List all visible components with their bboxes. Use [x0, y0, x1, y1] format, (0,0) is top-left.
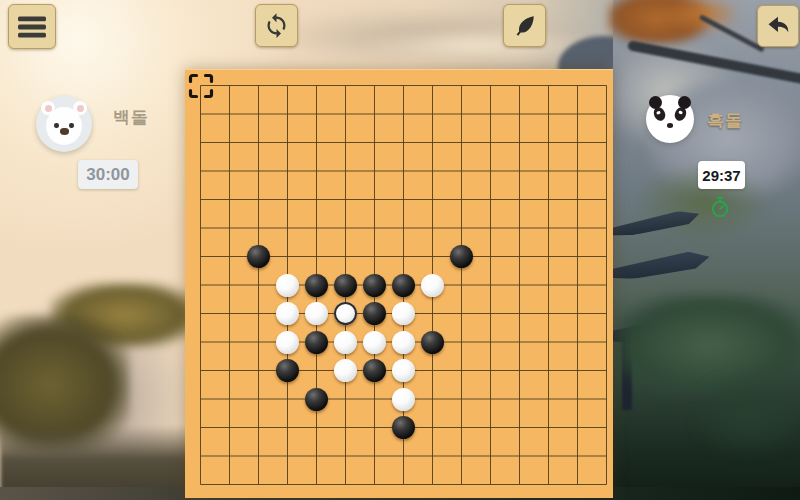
board-cell[interactable]	[505, 128, 534, 157]
board-cell[interactable]	[331, 242, 360, 271]
board-cell[interactable]	[302, 242, 331, 271]
board-cell[interactable]	[476, 242, 505, 271]
board-cell[interactable]	[592, 214, 613, 243]
board-cell[interactable]	[418, 413, 447, 442]
black-player-name: 흑돌	[707, 109, 743, 132]
board-cell[interactable]	[563, 185, 592, 214]
board-cell[interactable]	[244, 100, 273, 129]
board-cell[interactable]	[447, 71, 476, 100]
board-cell[interactable]	[331, 385, 360, 414]
board-cell[interactable]	[360, 128, 389, 157]
board-cell[interactable]	[476, 442, 505, 471]
board-cell[interactable]	[331, 128, 360, 157]
board-cell[interactable]	[447, 128, 476, 157]
board-cell[interactable]	[302, 328, 331, 357]
board-cell[interactable]	[563, 442, 592, 471]
board-cell[interactable]	[302, 157, 331, 186]
white-stone	[392, 359, 415, 382]
board-cell[interactable]	[244, 71, 273, 100]
board-cell[interactable]	[534, 242, 563, 271]
board-cell[interactable]	[273, 470, 302, 498]
black-stone	[450, 245, 473, 268]
board-cell[interactable]	[418, 470, 447, 498]
board-cell[interactable]	[418, 242, 447, 271]
board-cell[interactable]	[389, 128, 418, 157]
black-stone	[363, 359, 386, 382]
black-stone	[392, 416, 415, 439]
board-cell[interactable]	[331, 271, 360, 300]
feather-icon	[512, 13, 538, 39]
board-cell[interactable]	[505, 271, 534, 300]
white-stone	[276, 331, 299, 354]
board-cell[interactable]	[215, 100, 244, 129]
board-cell[interactable]	[215, 299, 244, 328]
black-stone	[421, 331, 444, 354]
black-stone	[334, 274, 357, 297]
board-cell[interactable]	[273, 242, 302, 271]
board-cell[interactable]	[360, 299, 389, 328]
board-cell[interactable]	[534, 470, 563, 498]
board-cell[interactable]	[476, 157, 505, 186]
white-stone	[276, 274, 299, 297]
undo-arrow-icon	[765, 13, 792, 40]
game-board	[185, 69, 613, 498]
board-cell[interactable]	[505, 442, 534, 471]
board-cell[interactable]	[563, 242, 592, 271]
board-cell[interactable]	[244, 385, 273, 414]
board-cell[interactable]	[389, 470, 418, 498]
board-cell[interactable]	[273, 442, 302, 471]
board-cell[interactable]	[215, 470, 244, 498]
board-cell[interactable]	[418, 185, 447, 214]
board-cell[interactable]	[592, 470, 613, 498]
board-cell[interactable]	[592, 157, 613, 186]
board-cell[interactable]	[215, 442, 244, 471]
board-cell[interactable]	[215, 356, 244, 385]
board-cell[interactable]	[360, 242, 389, 271]
board-cell[interactable]	[476, 328, 505, 357]
board-cell[interactable]	[505, 157, 534, 186]
board-cell[interactable]	[244, 299, 273, 328]
board-cell[interactable]	[447, 271, 476, 300]
board-cell[interactable]	[186, 271, 215, 300]
board-cell[interactable]	[418, 128, 447, 157]
board-cell[interactable]	[418, 71, 447, 100]
board-cell[interactable]	[215, 185, 244, 214]
board-cell[interactable]	[186, 185, 215, 214]
board-cell[interactable]	[418, 214, 447, 243]
board-cell[interactable]	[360, 71, 389, 100]
board-cell[interactable]	[186, 242, 215, 271]
board-cell[interactable]	[215, 128, 244, 157]
board-cell[interactable]	[563, 214, 592, 243]
stones-grid	[186, 71, 613, 498]
board-cell[interactable]	[273, 214, 302, 243]
feather-button[interactable]	[503, 4, 546, 47]
board-cell[interactable]	[273, 128, 302, 157]
black-stone	[305, 274, 328, 297]
board-cell[interactable]	[273, 299, 302, 328]
board-cell[interactable]	[534, 356, 563, 385]
board-cell[interactable]	[302, 128, 331, 157]
board-cell[interactable]	[244, 442, 273, 471]
board-cell[interactable]	[331, 100, 360, 129]
board-cell[interactable]	[447, 413, 476, 442]
board-cell[interactable]	[476, 128, 505, 157]
board-cell[interactable]	[447, 242, 476, 271]
board-cell[interactable]	[186, 71, 215, 100]
board-cell[interactable]	[563, 100, 592, 129]
board-cell[interactable]	[302, 185, 331, 214]
polar-bear-avatar	[36, 96, 92, 152]
board-cell[interactable]	[360, 100, 389, 129]
app-root: 백돌 30:00 흑돌 29:37	[0, 0, 800, 500]
bear-head	[46, 107, 82, 145]
board-cell[interactable]	[447, 100, 476, 129]
board-cell[interactable]	[186, 385, 215, 414]
white-stone	[392, 331, 415, 354]
menu-button[interactable]	[8, 4, 56, 49]
board-cell[interactable]	[505, 385, 534, 414]
board-cell[interactable]	[215, 271, 244, 300]
board-cell[interactable]	[592, 128, 613, 157]
board-cell[interactable]	[273, 185, 302, 214]
panda-avatar	[646, 95, 694, 143]
board-cell[interactable]	[389, 242, 418, 271]
white-stone	[421, 274, 444, 297]
board-cell[interactable]	[418, 271, 447, 300]
board-cell[interactable]	[331, 71, 360, 100]
board-cell[interactable]	[302, 299, 331, 328]
board-cell[interactable]	[563, 413, 592, 442]
black-stone	[363, 274, 386, 297]
board-cell[interactable]	[534, 413, 563, 442]
board-cell[interactable]	[418, 356, 447, 385]
board-cell[interactable]	[389, 299, 418, 328]
board-cell[interactable]	[360, 385, 389, 414]
board-cell[interactable]	[505, 100, 534, 129]
board-cell[interactable]	[244, 242, 273, 271]
board-cell[interactable]	[476, 71, 505, 100]
black-stone	[276, 359, 299, 382]
white-timer: 30:00	[78, 160, 138, 189]
board-cell[interactable]	[186, 356, 215, 385]
board-cell[interactable]	[273, 328, 302, 357]
board-cell[interactable]	[592, 413, 613, 442]
hamburger-icon	[17, 15, 47, 39]
board-cell[interactable]	[534, 157, 563, 186]
board-cell[interactable]	[331, 299, 360, 328]
board-cell[interactable]	[389, 442, 418, 471]
board-cell[interactable]	[563, 470, 592, 498]
black-timer: 29:37	[698, 161, 745, 189]
board-cell[interactable]	[244, 271, 273, 300]
board-cell[interactable]	[534, 100, 563, 129]
board-cell[interactable]	[186, 470, 215, 498]
black-stone	[392, 274, 415, 297]
board-cell[interactable]	[389, 214, 418, 243]
undo-button[interactable]	[757, 5, 799, 47]
board-cell[interactable]	[215, 214, 244, 243]
board-cell[interactable]	[447, 214, 476, 243]
board-cell[interactable]	[273, 413, 302, 442]
board-cell[interactable]	[302, 71, 331, 100]
board-cell[interactable]	[534, 271, 563, 300]
board-cell[interactable]	[389, 157, 418, 186]
board-cell[interactable]	[186, 157, 215, 186]
board-cell[interactable]	[447, 385, 476, 414]
board-cell[interactable]	[592, 100, 613, 129]
board-cell[interactable]	[476, 356, 505, 385]
board-cell[interactable]	[215, 157, 244, 186]
board-cell[interactable]	[418, 442, 447, 471]
white-stone	[392, 388, 415, 411]
board-cell[interactable]	[592, 328, 613, 357]
board-cell[interactable]	[244, 470, 273, 498]
board-cell[interactable]	[244, 185, 273, 214]
board-cell[interactable]	[418, 157, 447, 186]
black-stone	[363, 302, 386, 325]
board-cell[interactable]	[389, 328, 418, 357]
board-cell[interactable]	[476, 271, 505, 300]
board-cell[interactable]	[447, 470, 476, 498]
board-cell[interactable]	[215, 71, 244, 100]
board-cell[interactable]	[505, 71, 534, 100]
board-cell[interactable]	[505, 470, 534, 498]
board-cell[interactable]	[534, 299, 563, 328]
board-cell[interactable]	[534, 128, 563, 157]
board-cell[interactable]	[534, 442, 563, 471]
board-cell[interactable]	[389, 100, 418, 129]
board-cell[interactable]	[592, 242, 613, 271]
panda-nose	[667, 123, 673, 128]
board-cell[interactable]	[476, 385, 505, 414]
white-stone	[334, 302, 357, 325]
board-cell[interactable]	[418, 328, 447, 357]
board-cell[interactable]	[273, 71, 302, 100]
board-cell[interactable]	[244, 413, 273, 442]
board-cell[interactable]	[447, 299, 476, 328]
board-cell[interactable]	[447, 356, 476, 385]
board-cell[interactable]	[563, 157, 592, 186]
board-cell[interactable]	[534, 71, 563, 100]
board-cell[interactable]	[360, 328, 389, 357]
board-cell[interactable]	[331, 413, 360, 442]
white-player-name: 백돌	[113, 106, 149, 129]
board-cell[interactable]	[244, 356, 273, 385]
bg-green-trees-low	[695, 375, 800, 455]
board-cell[interactable]	[331, 328, 360, 357]
black-stone	[305, 388, 328, 411]
board-cell[interactable]	[302, 413, 331, 442]
board-cell[interactable]	[447, 328, 476, 357]
board-cell[interactable]	[360, 271, 389, 300]
board-cell[interactable]	[360, 157, 389, 186]
refresh-button[interactable]	[255, 4, 298, 47]
board-cell[interactable]	[592, 271, 613, 300]
black-stone	[305, 331, 328, 354]
board-cell[interactable]	[389, 71, 418, 100]
board-cell[interactable]	[447, 157, 476, 186]
board-cell[interactable]	[302, 100, 331, 129]
board-cell[interactable]	[505, 413, 534, 442]
board-cell[interactable]	[389, 185, 418, 214]
board-cell[interactable]	[476, 413, 505, 442]
board-cell[interactable]	[360, 442, 389, 471]
board-cell[interactable]	[360, 413, 389, 442]
board-cell[interactable]	[186, 299, 215, 328]
board-cell[interactable]	[186, 328, 215, 357]
white-stone	[363, 331, 386, 354]
board-cell[interactable]	[592, 71, 613, 100]
board-cell[interactable]	[447, 442, 476, 471]
board-cell[interactable]	[360, 470, 389, 498]
board-cell[interactable]	[186, 442, 215, 471]
board-cell[interactable]	[186, 100, 215, 129]
board-cell[interactable]	[534, 214, 563, 243]
board-cell[interactable]	[447, 185, 476, 214]
board-cell[interactable]	[505, 214, 534, 243]
board-cell[interactable]	[389, 413, 418, 442]
board-cell[interactable]	[563, 128, 592, 157]
board-cell[interactable]	[273, 385, 302, 414]
board-cell[interactable]	[302, 214, 331, 243]
board-cell[interactable]	[563, 71, 592, 100]
bg-cloud-highlight	[360, 28, 590, 62]
board-cell[interactable]	[244, 128, 273, 157]
board-cell[interactable]	[534, 328, 563, 357]
bear-nose	[60, 128, 69, 135]
board-cell[interactable]	[186, 214, 215, 243]
board-cell[interactable]	[302, 385, 331, 414]
board-cell[interactable]	[592, 185, 613, 214]
board-cell[interactable]	[360, 356, 389, 385]
board-cell[interactable]	[215, 328, 244, 357]
white-stone	[305, 302, 328, 325]
board-cell[interactable]	[389, 271, 418, 300]
white-stone	[334, 359, 357, 382]
board-cell[interactable]	[331, 442, 360, 471]
white-stone	[334, 331, 357, 354]
board-cell[interactable]	[302, 442, 331, 471]
refresh-sync-icon	[263, 12, 290, 39]
board-cell[interactable]	[273, 157, 302, 186]
board-cell[interactable]	[563, 385, 592, 414]
board-cell[interactable]	[273, 271, 302, 300]
stopwatch-icon	[709, 196, 731, 218]
board-cell[interactable]	[186, 128, 215, 157]
white-stone	[392, 302, 415, 325]
board-cell[interactable]	[418, 385, 447, 414]
board-cell[interactable]	[418, 299, 447, 328]
board-cell[interactable]	[244, 328, 273, 357]
board-cell[interactable]	[331, 470, 360, 498]
board-cell[interactable]	[505, 299, 534, 328]
board-cell[interactable]	[592, 442, 613, 471]
board-cell[interactable]	[563, 356, 592, 385]
board-cell[interactable]	[592, 356, 613, 385]
board-cell[interactable]	[476, 185, 505, 214]
board-cell[interactable]	[360, 185, 389, 214]
board-cell[interactable]	[563, 328, 592, 357]
panda-eye-patch	[652, 105, 667, 122]
board-cell[interactable]	[505, 328, 534, 357]
board-cell[interactable]	[302, 470, 331, 498]
board-cell[interactable]	[389, 356, 418, 385]
board-cell[interactable]	[389, 385, 418, 414]
board-cell[interactable]	[476, 299, 505, 328]
board-cell[interactable]	[534, 385, 563, 414]
board-cell[interactable]	[244, 214, 273, 243]
board-cell[interactable]	[215, 413, 244, 442]
board-cell[interactable]	[476, 100, 505, 129]
board-cell[interactable]	[476, 214, 505, 243]
board-cell[interactable]	[331, 214, 360, 243]
board-cell[interactable]	[331, 157, 360, 186]
board-cell[interactable]	[215, 385, 244, 414]
board-cell[interactable]	[273, 100, 302, 129]
white-stone	[276, 302, 299, 325]
board-cell[interactable]	[592, 385, 613, 414]
board-cell[interactable]	[476, 470, 505, 498]
board-cell[interactable]	[505, 242, 534, 271]
board-cell[interactable]	[563, 299, 592, 328]
black-stone	[247, 245, 270, 268]
board-cell[interactable]	[273, 356, 302, 385]
board-cell[interactable]	[186, 413, 215, 442]
board-cell[interactable]	[215, 242, 244, 271]
board-cell[interactable]	[331, 356, 360, 385]
board-cell[interactable]	[418, 100, 447, 129]
board-cell[interactable]	[302, 271, 331, 300]
board-cell[interactable]	[505, 356, 534, 385]
board-cell[interactable]	[360, 214, 389, 243]
board-cell[interactable]	[534, 185, 563, 214]
board-cell[interactable]	[592, 299, 613, 328]
board-cell[interactable]	[505, 185, 534, 214]
board-cell[interactable]	[563, 271, 592, 300]
bear-eye	[69, 123, 74, 128]
board-cell[interactable]	[244, 157, 273, 186]
board-cell[interactable]	[302, 356, 331, 385]
board-cell[interactable]	[331, 185, 360, 214]
